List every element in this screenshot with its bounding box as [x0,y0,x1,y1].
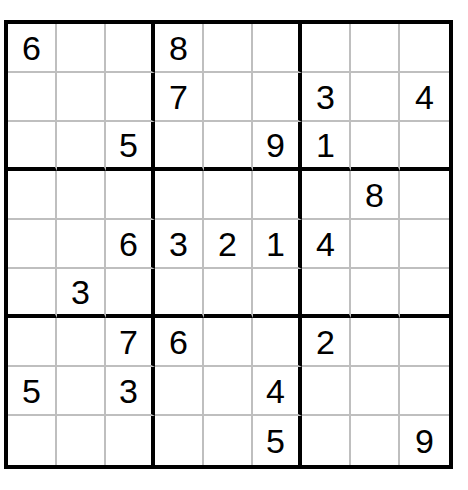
cell-r6c1-empty[interactable] [8,269,57,318]
cell-r5c1-empty[interactable] [8,220,57,269]
cell-r4c1-empty[interactable] [8,171,57,220]
cell-r7c4-given[interactable]: 6 [155,318,204,367]
cell-r4c9-empty[interactable] [400,171,449,220]
cell-r3c9-empty[interactable] [400,122,449,171]
cell-r8c4-empty[interactable] [155,367,204,416]
cell-r1c6-empty[interactable] [253,24,302,73]
cell-r5c6-given[interactable]: 1 [253,220,302,269]
cell-r3c4-empty[interactable] [155,122,204,171]
cell-r7c6-empty[interactable] [253,318,302,367]
cell-r4c7-empty[interactable] [302,171,351,220]
cell-r9c5-empty[interactable] [204,416,253,465]
cell-r1c5-empty[interactable] [204,24,253,73]
cell-r5c5-given[interactable]: 2 [204,220,253,269]
cell-r7c8-empty[interactable] [351,318,400,367]
cell-r3c3-given[interactable]: 5 [106,122,155,171]
cell-r7c3-given[interactable]: 7 [106,318,155,367]
cell-r5c8-empty[interactable] [351,220,400,269]
cell-r2c5-empty[interactable] [204,73,253,122]
cell-r9c7-empty[interactable] [302,416,351,465]
cell-r7c9-empty[interactable] [400,318,449,367]
cell-r6c2-given[interactable]: 3 [57,269,106,318]
cell-r7c7-given[interactable]: 2 [302,318,351,367]
cell-r1c1-given[interactable]: 6 [8,24,57,73]
cell-r8c7-empty[interactable] [302,367,351,416]
cell-r1c8-empty[interactable] [351,24,400,73]
cell-r6c9-empty[interactable] [400,269,449,318]
cell-r3c5-empty[interactable] [204,122,253,171]
cell-r2c9-given[interactable]: 4 [400,73,449,122]
cell-r1c9-empty[interactable] [400,24,449,73]
cell-r1c2-empty[interactable] [57,24,106,73]
cell-r6c4-empty[interactable] [155,269,204,318]
cell-r3c2-empty[interactable] [57,122,106,171]
sudoku-board: 68734591863214376253459 [4,20,453,469]
cell-r9c2-empty[interactable] [57,416,106,465]
cell-r4c3-empty[interactable] [106,171,155,220]
cell-r1c7-empty[interactable] [302,24,351,73]
cell-r1c4-given[interactable]: 8 [155,24,204,73]
cell-r6c7-empty[interactable] [302,269,351,318]
cell-r2c4-given[interactable]: 7 [155,73,204,122]
cell-r7c5-empty[interactable] [204,318,253,367]
cell-r9c6-given[interactable]: 5 [253,416,302,465]
cell-r4c8-given[interactable]: 8 [351,171,400,220]
cell-r2c8-empty[interactable] [351,73,400,122]
cell-r6c6-empty[interactable] [253,269,302,318]
cell-r3c7-given[interactable]: 1 [302,122,351,171]
cell-r3c1-empty[interactable] [8,122,57,171]
cell-r8c1-given[interactable]: 5 [8,367,57,416]
cell-r9c3-empty[interactable] [106,416,155,465]
cell-r5c7-given[interactable]: 4 [302,220,351,269]
cell-r5c4-given[interactable]: 3 [155,220,204,269]
cell-r2c1-empty[interactable] [8,73,57,122]
cell-r9c4-empty[interactable] [155,416,204,465]
cell-r4c2-empty[interactable] [57,171,106,220]
cell-r8c9-empty[interactable] [400,367,449,416]
cell-r8c3-given[interactable]: 3 [106,367,155,416]
cell-r5c2-empty[interactable] [57,220,106,269]
cell-r8c8-empty[interactable] [351,367,400,416]
cell-r9c8-empty[interactable] [351,416,400,465]
cell-r8c6-given[interactable]: 4 [253,367,302,416]
cell-r9c9-given[interactable]: 9 [400,416,449,465]
cell-r2c6-empty[interactable] [253,73,302,122]
cell-r6c8-empty[interactable] [351,269,400,318]
cell-r1c3-empty[interactable] [106,24,155,73]
cell-r4c4-empty[interactable] [155,171,204,220]
cell-r4c5-empty[interactable] [204,171,253,220]
cell-r8c2-empty[interactable] [57,367,106,416]
cell-r9c1-empty[interactable] [8,416,57,465]
cell-r6c3-empty[interactable] [106,269,155,318]
cell-r2c3-empty[interactable] [106,73,155,122]
cell-r5c9-empty[interactable] [400,220,449,269]
cell-r4c6-empty[interactable] [253,171,302,220]
cell-r3c8-empty[interactable] [351,122,400,171]
cell-r7c1-empty[interactable] [8,318,57,367]
cell-r5c3-given[interactable]: 6 [106,220,155,269]
cell-r6c5-empty[interactable] [204,269,253,318]
cell-r2c7-given[interactable]: 3 [302,73,351,122]
cell-r8c5-empty[interactable] [204,367,253,416]
cell-r3c6-given[interactable]: 9 [253,122,302,171]
cell-r2c2-empty[interactable] [57,73,106,122]
cell-r7c2-empty[interactable] [57,318,106,367]
